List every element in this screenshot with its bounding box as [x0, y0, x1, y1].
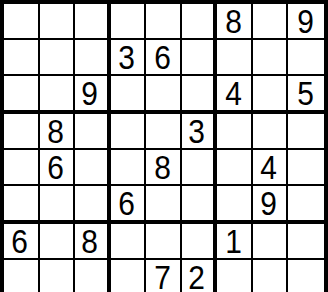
- cell-r3c1[interactable]: [4, 76, 40, 114]
- cell-r7c8[interactable]: [253, 224, 289, 260]
- cell-r3c5[interactable]: [146, 76, 182, 114]
- cell-r7c5[interactable]: [146, 224, 182, 260]
- cell-r8c9[interactable]: [288, 260, 324, 292]
- given-digit: 7: [154, 260, 171, 292]
- cell-r4c6[interactable]: 3: [182, 114, 218, 150]
- cell-r3c6[interactable]: [182, 76, 218, 114]
- cell-r8c7[interactable]: [217, 260, 253, 292]
- given-digit: 6: [154, 40, 171, 74]
- cell-r3c7[interactable]: 4: [217, 76, 253, 114]
- cell-r7c9[interactable]: [288, 224, 324, 260]
- given-digit: 4: [260, 150, 277, 184]
- cell-r5c5[interactable]: 8: [146, 150, 182, 186]
- cell-r8c5[interactable]: 7: [146, 260, 182, 292]
- cell-r5c8[interactable]: 4: [253, 150, 289, 186]
- cell-r4c3[interactable]: [75, 114, 111, 150]
- cell-r1c3[interactable]: [75, 4, 111, 40]
- cell-r4c9[interactable]: [288, 114, 324, 150]
- given-digit: 2: [188, 260, 205, 292]
- given-digit: 8: [82, 224, 99, 258]
- cell-r5c1[interactable]: [4, 150, 40, 186]
- sudoku-board: 893694583684696817243: [0, 0, 328, 292]
- cell-r2c3[interactable]: [75, 40, 111, 76]
- cell-r2c8[interactable]: [253, 40, 289, 76]
- cell-r1c6[interactable]: [182, 4, 218, 40]
- cell-r5c6[interactable]: [182, 150, 218, 186]
- cell-r1c9[interactable]: 9: [288, 4, 324, 40]
- cell-r2c5[interactable]: 6: [146, 40, 182, 76]
- given-digit: 8: [154, 150, 171, 184]
- given-digit: 8: [47, 114, 64, 148]
- cell-r5c3[interactable]: [75, 150, 111, 186]
- cell-r7c1[interactable]: 6: [4, 224, 40, 260]
- given-digit: 6: [47, 150, 64, 184]
- given-digit: 9: [82, 76, 99, 110]
- cell-r2c7[interactable]: [217, 40, 253, 76]
- cell-r1c7[interactable]: 8: [217, 4, 253, 40]
- cell-r3c9[interactable]: 5: [288, 76, 324, 114]
- given-digit: 3: [188, 114, 205, 148]
- cell-r2c4[interactable]: 3: [111, 40, 147, 76]
- cell-r8c6[interactable]: 2: [182, 260, 218, 292]
- given-digit: 5: [297, 76, 314, 110]
- cell-r6c2[interactable]: [40, 186, 76, 224]
- cell-r6c4[interactable]: 6: [111, 186, 147, 224]
- cell-r4c2[interactable]: 8: [40, 114, 76, 150]
- cell-r5c4[interactable]: [111, 150, 147, 186]
- cell-r1c1[interactable]: [4, 4, 40, 40]
- cell-r2c1[interactable]: [4, 40, 40, 76]
- cell-r8c4[interactable]: [111, 260, 147, 292]
- given-digit: 6: [118, 186, 135, 220]
- cell-r7c3[interactable]: 8: [75, 224, 111, 260]
- cell-r3c3[interactable]: 9: [75, 76, 111, 114]
- cell-r1c4[interactable]: [111, 4, 147, 40]
- cell-r2c6[interactable]: [182, 40, 218, 76]
- cell-r3c4[interactable]: [111, 76, 147, 114]
- cell-r5c2[interactable]: 6: [40, 150, 76, 186]
- cell-r6c1[interactable]: [4, 186, 40, 224]
- cell-r3c8[interactable]: [253, 76, 289, 114]
- cell-r2c2[interactable]: [40, 40, 76, 76]
- cell-r8c2[interactable]: [40, 260, 76, 292]
- cell-r4c4[interactable]: [111, 114, 147, 150]
- cell-r8c1[interactable]: [4, 260, 40, 292]
- cell-r2c9[interactable]: [288, 40, 324, 76]
- given-digit: 9: [297, 4, 314, 38]
- cell-r4c1[interactable]: [4, 114, 40, 150]
- cell-r1c2[interactable]: [40, 4, 76, 40]
- cell-r5c9[interactable]: [288, 150, 324, 186]
- cell-r8c8[interactable]: [253, 260, 289, 292]
- given-digit: 1: [225, 224, 242, 258]
- cell-r3c2[interactable]: [40, 76, 76, 114]
- cell-r4c8[interactable]: [253, 114, 289, 150]
- cell-r1c8[interactable]: [253, 4, 289, 40]
- given-digit: 3: [118, 40, 135, 74]
- cell-r8c3[interactable]: [75, 260, 111, 292]
- cell-r7c6[interactable]: [182, 224, 218, 260]
- cell-r6c8[interactable]: 9: [253, 186, 289, 224]
- cell-r4c7[interactable]: [217, 114, 253, 150]
- cell-r6c6[interactable]: [182, 186, 218, 224]
- cell-r4c5[interactable]: [146, 114, 182, 150]
- cell-r7c7[interactable]: 1: [217, 224, 253, 260]
- cell-r1c5[interactable]: [146, 4, 182, 40]
- cell-r6c5[interactable]: [146, 186, 182, 224]
- cell-r7c2[interactable]: [40, 224, 76, 260]
- cell-r6c9[interactable]: [288, 186, 324, 224]
- cell-r5c7[interactable]: [217, 150, 253, 186]
- given-digit: 6: [11, 224, 28, 258]
- given-digit: 4: [225, 76, 242, 110]
- cell-r6c7[interactable]: [217, 186, 253, 224]
- given-digit: 8: [225, 4, 242, 38]
- given-digit: 9: [260, 186, 277, 220]
- cell-r6c3[interactable]: [75, 186, 111, 224]
- cell-r7c4[interactable]: [111, 224, 147, 260]
